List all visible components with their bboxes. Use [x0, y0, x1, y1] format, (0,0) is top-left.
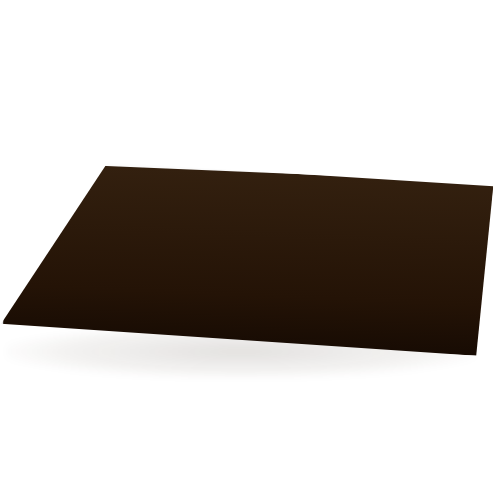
board-frame: [3, 162, 494, 358]
chess-board: [3, 162, 494, 358]
photo-scene: [0, 0, 500, 500]
